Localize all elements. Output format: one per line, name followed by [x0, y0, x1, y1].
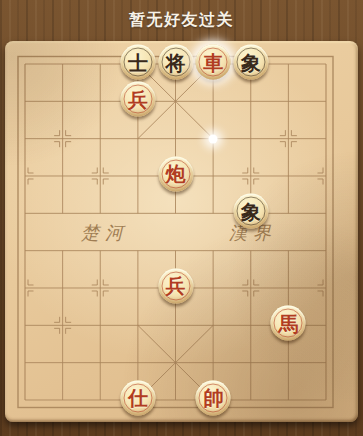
piece-glyph: 帥 — [203, 388, 223, 408]
piece-glyph: 士 — [128, 52, 148, 72]
piece-glyph: 兵 — [166, 276, 186, 296]
piece-glyph: 兵 — [128, 89, 148, 109]
piece-red-仕[interactable]: 仕 — [120, 380, 155, 415]
piece-glyph: 炮 — [166, 164, 186, 184]
piece-glyph: 象 — [241, 52, 261, 72]
piece-black-士[interactable]: 士 — [120, 45, 155, 80]
piece-glyph: 車 — [203, 52, 223, 72]
river-label-left: 楚河 — [81, 223, 129, 243]
piece-red-兵[interactable]: 兵 — [120, 82, 155, 117]
piece-red-帥[interactable]: 帥 — [196, 380, 231, 415]
piece-red-炮[interactable]: 炮 — [158, 156, 193, 191]
piece-glyph: 馬 — [278, 313, 298, 333]
piece-glyph: 象 — [241, 201, 261, 221]
piece-red-馬[interactable]: 馬 — [271, 306, 306, 341]
piece-glyph: 仕 — [128, 388, 148, 408]
last-move-dot — [209, 134, 218, 143]
piece-red-兵[interactable]: 兵 — [158, 268, 193, 303]
piece-black-象[interactable]: 象 — [233, 45, 268, 80]
piece-glyph: 将 — [166, 52, 186, 72]
piece-black-象[interactable]: 象 — [233, 194, 268, 229]
piece-black-将[interactable]: 将 — [158, 45, 193, 80]
piece-red-車[interactable]: 車 — [196, 45, 231, 80]
game-screen: 暂无好友过关 楚河 漢界 士将車象兵炮象兵馬仕帥 — [0, 0, 363, 436]
